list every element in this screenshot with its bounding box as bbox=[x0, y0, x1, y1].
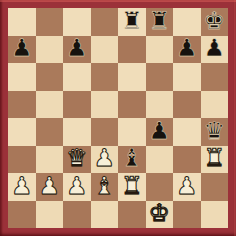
square-c4[interactable] bbox=[63, 118, 91, 146]
square-f4[interactable]: ♟ bbox=[146, 118, 174, 146]
square-h3[interactable]: ♜ bbox=[201, 146, 229, 174]
square-f6[interactable] bbox=[146, 63, 174, 91]
square-g6[interactable] bbox=[173, 63, 201, 91]
square-e4[interactable] bbox=[118, 118, 146, 146]
square-a4[interactable] bbox=[8, 118, 36, 146]
white-pawn: ♟ bbox=[93, 146, 115, 170]
square-a8[interactable] bbox=[8, 8, 36, 36]
square-e7[interactable] bbox=[118, 36, 146, 64]
square-c7[interactable]: ♟ bbox=[63, 36, 91, 64]
square-b4[interactable] bbox=[36, 118, 64, 146]
square-b5[interactable] bbox=[36, 91, 64, 119]
square-f3[interactable] bbox=[146, 146, 174, 174]
square-e2[interactable]: ♜ bbox=[118, 173, 146, 201]
square-b6[interactable] bbox=[36, 63, 64, 91]
square-h2[interactable] bbox=[201, 173, 229, 201]
square-h1[interactable] bbox=[201, 201, 229, 229]
white-king: ♚ bbox=[148, 201, 170, 225]
square-g2[interactable]: ♟ bbox=[173, 173, 201, 201]
square-g4[interactable] bbox=[173, 118, 201, 146]
white-rook: ♜ bbox=[121, 174, 143, 198]
square-f5[interactable] bbox=[146, 91, 174, 119]
square-a3[interactable] bbox=[8, 146, 36, 174]
square-b2[interactable]: ♟ bbox=[36, 173, 64, 201]
square-b3[interactable] bbox=[36, 146, 64, 174]
square-a1[interactable] bbox=[8, 201, 36, 229]
square-b1[interactable] bbox=[36, 201, 64, 229]
square-g5[interactable] bbox=[173, 91, 201, 119]
square-d8[interactable] bbox=[91, 8, 119, 36]
square-f8[interactable]: ♜ bbox=[146, 8, 174, 36]
white-pawn: ♟ bbox=[176, 174, 198, 198]
square-a7[interactable]: ♟ bbox=[8, 36, 36, 64]
white-queen: ♛ bbox=[66, 146, 88, 170]
black-rook: ♜ bbox=[148, 9, 170, 33]
white-pawn: ♟ bbox=[66, 174, 88, 198]
black-pawn: ♟ bbox=[66, 36, 88, 60]
square-c2[interactable]: ♟ bbox=[63, 173, 91, 201]
square-a2[interactable]: ♟ bbox=[8, 173, 36, 201]
black-pawn: ♟ bbox=[203, 36, 225, 60]
square-c8[interactable] bbox=[63, 8, 91, 36]
white-bishop: ♝ bbox=[93, 174, 115, 198]
square-d3[interactable]: ♟ bbox=[91, 146, 119, 174]
black-rook: ♜ bbox=[121, 9, 143, 33]
square-b7[interactable] bbox=[36, 36, 64, 64]
black-pawn: ♟ bbox=[176, 36, 198, 60]
square-e5[interactable] bbox=[118, 91, 146, 119]
square-e6[interactable] bbox=[118, 63, 146, 91]
square-c6[interactable] bbox=[63, 63, 91, 91]
black-pawn: ♟ bbox=[11, 36, 33, 60]
chess-board: ♜♜♚♟♟♟♟♟♛♛♟♝♜♟♟♟♝♜♟♚ bbox=[8, 8, 228, 228]
white-rook: ♜ bbox=[203, 146, 225, 170]
square-h8[interactable]: ♚ bbox=[201, 8, 229, 36]
square-g3[interactable] bbox=[173, 146, 201, 174]
square-g7[interactable]: ♟ bbox=[173, 36, 201, 64]
square-a5[interactable] bbox=[8, 91, 36, 119]
square-b8[interactable] bbox=[36, 8, 64, 36]
square-f1[interactable]: ♚ bbox=[146, 201, 174, 229]
square-f7[interactable] bbox=[146, 36, 174, 64]
white-pawn: ♟ bbox=[11, 174, 33, 198]
square-h5[interactable] bbox=[201, 91, 229, 119]
square-e1[interactable] bbox=[118, 201, 146, 229]
black-bishop: ♝ bbox=[121, 146, 143, 170]
square-d1[interactable] bbox=[91, 201, 119, 229]
square-h6[interactable] bbox=[201, 63, 229, 91]
square-c3[interactable]: ♛ bbox=[63, 146, 91, 174]
square-a6[interactable] bbox=[8, 63, 36, 91]
square-e8[interactable]: ♜ bbox=[118, 8, 146, 36]
square-h7[interactable]: ♟ bbox=[201, 36, 229, 64]
square-g1[interactable] bbox=[173, 201, 201, 229]
square-e3[interactable]: ♝ bbox=[118, 146, 146, 174]
black-king: ♚ bbox=[203, 9, 225, 33]
square-h4[interactable]: ♛ bbox=[201, 118, 229, 146]
square-c1[interactable] bbox=[63, 201, 91, 229]
white-pawn: ♟ bbox=[38, 174, 60, 198]
square-d6[interactable] bbox=[91, 63, 119, 91]
square-d4[interactable] bbox=[91, 118, 119, 146]
board-frame: ♜♜♚♟♟♟♟♟♛♛♟♝♜♟♟♟♝♜♟♚ bbox=[0, 0, 236, 236]
square-c5[interactable] bbox=[63, 91, 91, 119]
square-d5[interactable] bbox=[91, 91, 119, 119]
square-g8[interactable] bbox=[173, 8, 201, 36]
square-d7[interactable] bbox=[91, 36, 119, 64]
square-d2[interactable]: ♝ bbox=[91, 173, 119, 201]
black-pawn: ♟ bbox=[148, 119, 170, 143]
square-f2[interactable] bbox=[146, 173, 174, 201]
black-queen: ♛ bbox=[203, 119, 225, 143]
